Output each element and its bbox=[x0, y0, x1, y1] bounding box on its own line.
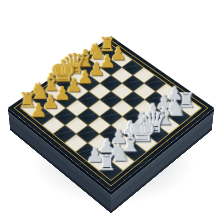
product-photo: ♜♟♟♜♞♟♟♞♝♟♟♝♛♟♟♛♚♟♟♚♝♟♟♝♞♟♟♞♜♟♟♜ bbox=[0, 0, 222, 222]
piece-silver-rook: ♜ bbox=[97, 152, 117, 174]
square-e5 bbox=[100, 109, 121, 125]
piece-gold-pawn: ♟ bbox=[30, 100, 47, 119]
